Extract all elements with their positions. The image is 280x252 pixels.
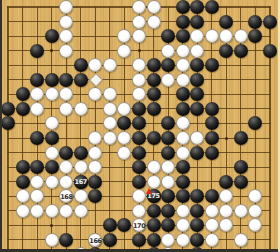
black-stone (132, 160, 146, 174)
black-stone (45, 29, 59, 43)
black-stone (219, 44, 233, 58)
black-stone (88, 189, 102, 203)
black-stone (30, 131, 44, 145)
black-stone (147, 233, 161, 247)
black-stone (234, 160, 248, 174)
black-stone (161, 58, 175, 72)
white-stone (176, 146, 190, 160)
black-stone (176, 160, 190, 174)
numbered-stone: 168 (59, 189, 73, 203)
black-stone (161, 131, 175, 145)
white-stone (190, 44, 204, 58)
black-stone (45, 160, 59, 174)
black-stone (132, 131, 146, 145)
black-stone (30, 44, 44, 58)
white-stone (176, 116, 190, 130)
white-stone (59, 102, 73, 116)
white-stone (132, 15, 146, 29)
white-stone (30, 204, 44, 218)
black-stone (205, 189, 219, 203)
white-stone (117, 44, 131, 58)
black-stone (161, 189, 175, 203)
black-stone (147, 73, 161, 87)
white-stone (147, 0, 161, 14)
numbered-stone: 166 (88, 233, 102, 247)
white-stone (59, 175, 73, 189)
black-stone (190, 233, 204, 247)
black-stone (132, 116, 146, 130)
white-stone (147, 15, 161, 29)
white-stone (248, 189, 262, 203)
white-stone (132, 204, 146, 218)
white-stone (161, 233, 175, 247)
black-stone (147, 218, 161, 232)
black-stone (176, 87, 190, 101)
white-stone (117, 29, 131, 43)
window-edge-right (278, 0, 280, 252)
black-stone (176, 175, 190, 189)
white-stone (74, 102, 88, 116)
go-app-screenshot: 166167168170175 (0, 0, 280, 252)
black-stone (117, 116, 131, 130)
star-point (225, 137, 228, 140)
white-stone (205, 204, 219, 218)
white-stone (219, 218, 233, 232)
black-stone (205, 146, 219, 160)
black-stone (30, 160, 44, 174)
black-stone (190, 15, 204, 29)
black-stone (190, 189, 204, 203)
black-stone (263, 15, 277, 29)
numbered-stone: 170 (132, 218, 146, 232)
white-stone (132, 87, 146, 101)
black-stone (132, 146, 146, 160)
white-stone (132, 58, 146, 72)
white-stone (248, 218, 262, 232)
grid-line (95, 6, 96, 252)
black-stone (161, 218, 175, 232)
white-stone (59, 0, 73, 14)
black-stone (16, 175, 30, 189)
white-stone (59, 87, 73, 101)
black-stone (190, 218, 204, 232)
black-stone (88, 175, 102, 189)
black-stone (59, 146, 73, 160)
white-stone (103, 131, 117, 145)
white-stone (234, 233, 248, 247)
white-stone (234, 204, 248, 218)
white-stone (30, 102, 44, 116)
white-stone (161, 44, 175, 58)
black-stone (30, 73, 44, 87)
black-stone (205, 58, 219, 72)
black-stone (176, 102, 190, 116)
white-stone (161, 175, 175, 189)
last-move-marker-icon (146, 188, 152, 194)
white-stone (219, 29, 233, 43)
white-stone (132, 0, 146, 14)
black-stone (147, 58, 161, 72)
black-stone (263, 44, 277, 58)
black-stone (176, 29, 190, 43)
white-stone (30, 189, 44, 203)
black-stone (74, 58, 88, 72)
black-stone (190, 204, 204, 218)
white-stone (59, 29, 73, 43)
white-stone (45, 87, 59, 101)
black-stone (103, 218, 117, 232)
black-stone (132, 175, 146, 189)
white-stone (88, 87, 102, 101)
white-stone (88, 58, 102, 72)
white-stone (176, 44, 190, 58)
white-stone (117, 131, 131, 145)
black-stone (103, 233, 117, 247)
white-stone (219, 189, 233, 203)
white-stone (103, 116, 117, 130)
white-stone (176, 73, 190, 87)
black-stone (16, 102, 30, 116)
white-stone (190, 29, 204, 43)
black-stone (219, 175, 233, 189)
star-point (50, 49, 53, 52)
white-stone (74, 160, 88, 174)
black-stone (45, 73, 59, 87)
black-stone (147, 87, 161, 101)
black-stone (248, 29, 262, 43)
white-stone (176, 131, 190, 145)
black-stone (248, 15, 262, 29)
white-stone (147, 160, 161, 174)
white-stone (132, 73, 146, 87)
move-number-label: 166 (89, 234, 101, 246)
white-stone (88, 160, 102, 174)
white-stone (176, 218, 190, 232)
black-stone (74, 73, 88, 87)
black-stone (16, 160, 30, 174)
white-stone (205, 29, 219, 43)
black-stone (132, 102, 146, 116)
white-stone (176, 58, 190, 72)
white-stone (88, 131, 102, 145)
black-stone (59, 233, 73, 247)
black-stone (205, 102, 219, 116)
board-border-line (269, 6, 271, 252)
black-stone (234, 175, 248, 189)
black-stone (190, 102, 204, 116)
black-stone (74, 146, 88, 160)
white-stone (103, 102, 117, 116)
black-stone (176, 0, 190, 14)
white-stone (205, 233, 219, 247)
white-stone (176, 233, 190, 247)
move-number-label: 170 (133, 219, 145, 231)
black-stone (219, 15, 233, 29)
white-stone (88, 146, 102, 160)
black-stone (161, 146, 175, 160)
black-stone (190, 87, 204, 101)
move-number-label: 167 (74, 175, 88, 189)
white-stone (30, 87, 44, 101)
white-stone (190, 131, 204, 145)
black-stone (147, 102, 161, 116)
white-stone (219, 204, 233, 218)
white-stone (176, 204, 190, 218)
black-stone (161, 29, 175, 43)
black-stone (234, 44, 248, 58)
white-stone (59, 44, 73, 58)
black-stone (234, 131, 248, 145)
white-stone (103, 87, 117, 101)
white-stone (161, 160, 175, 174)
black-stone (117, 218, 131, 232)
white-stone (234, 29, 248, 43)
white-stone (132, 29, 146, 43)
white-stone (45, 175, 59, 189)
black-stone (132, 233, 146, 247)
black-stone (147, 131, 161, 145)
white-stone (74, 189, 88, 203)
white-stone (132, 189, 146, 203)
white-stone (59, 204, 73, 218)
black-stone (190, 73, 204, 87)
black-stone (161, 116, 175, 130)
white-stone (59, 160, 73, 174)
black-stone (59, 73, 73, 87)
white-stone (103, 58, 117, 72)
white-stone (147, 175, 161, 189)
black-stone (147, 204, 161, 218)
black-stone (190, 58, 204, 72)
window-edge-left (0, 0, 2, 252)
black-stone (205, 131, 219, 145)
black-stone (176, 189, 190, 203)
black-stone (176, 15, 190, 29)
black-stone (205, 116, 219, 130)
white-stone (30, 175, 44, 189)
white-stone (45, 204, 59, 218)
captured-stone-marker-icon (89, 73, 103, 87)
white-stone (117, 146, 131, 160)
black-stone (190, 0, 204, 14)
black-stone (1, 116, 15, 130)
black-stone (248, 116, 262, 130)
white-stone (45, 146, 59, 160)
black-stone (161, 204, 175, 218)
white-stone (161, 73, 175, 87)
black-stone (205, 0, 219, 14)
move-number-label: 168 (60, 190, 72, 202)
white-stone (45, 116, 59, 130)
white-stone (248, 204, 262, 218)
star-point (138, 49, 141, 52)
white-stone (117, 102, 131, 116)
black-stone (45, 131, 59, 145)
black-stone (16, 87, 30, 101)
white-stone (16, 204, 30, 218)
white-stone (74, 204, 88, 218)
black-stone (190, 146, 204, 160)
black-stone (1, 102, 15, 116)
goban[interactable]: 166167168170175 (0, 0, 280, 252)
white-stone (45, 233, 59, 247)
white-stone (59, 15, 73, 29)
white-stone (205, 218, 219, 232)
white-stone (16, 189, 30, 203)
numbered-stone: 167 (74, 175, 88, 189)
star-point (50, 224, 53, 227)
